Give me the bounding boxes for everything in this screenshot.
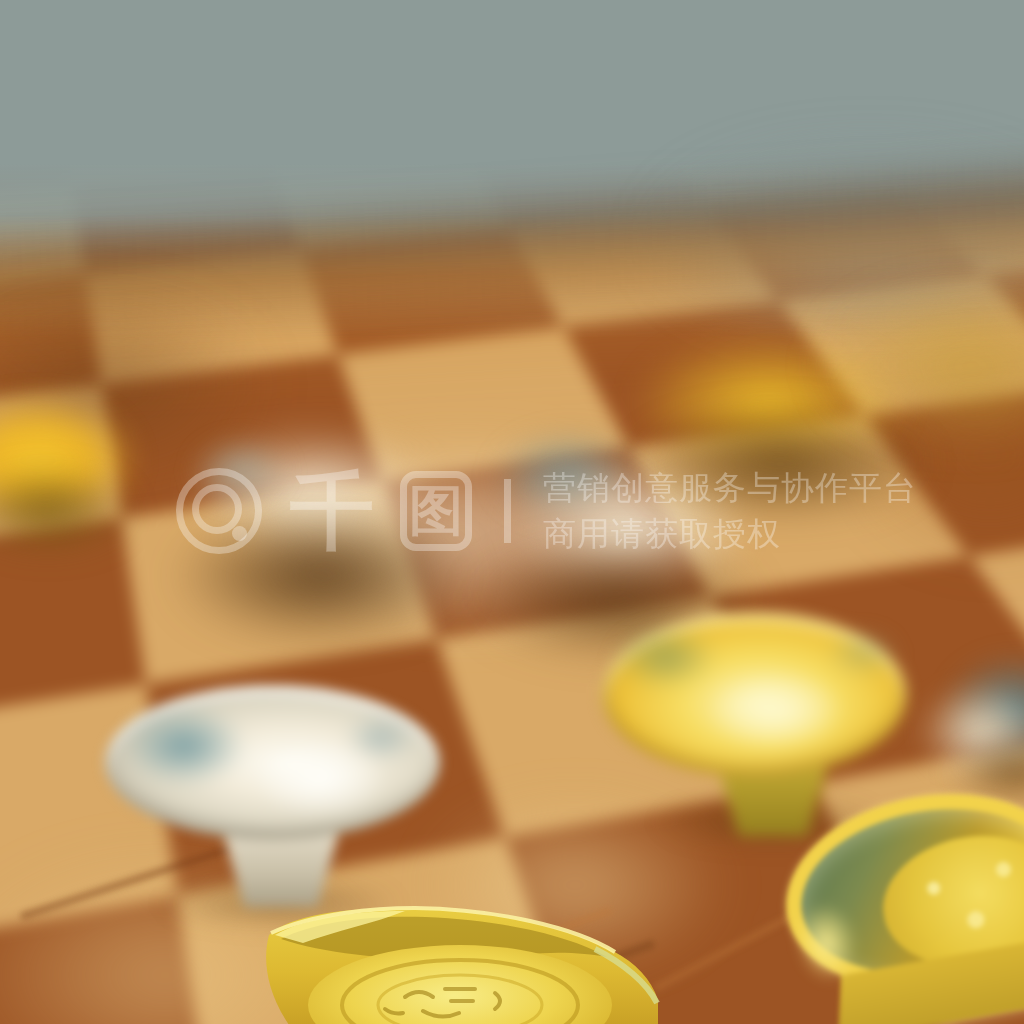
board-square bbox=[864, 384, 1024, 556]
ingot-rim-ring bbox=[771, 772, 1024, 1009]
board-far-glow bbox=[0, 210, 1024, 409]
gold-ingot-upper-right bbox=[632, 336, 907, 471]
board-square bbox=[72, 161, 302, 274]
board-square bbox=[984, 250, 1024, 385]
ingot-highlight bbox=[253, 740, 388, 818]
board-defocus-layer bbox=[0, 0, 1024, 1024]
board-square bbox=[146, 639, 505, 896]
board-square bbox=[0, 384, 121, 556]
board-square bbox=[812, 732, 1024, 1024]
light-glow-bottom-center bbox=[420, 795, 730, 975]
board-square bbox=[338, 327, 629, 482]
board-square bbox=[85, 249, 337, 384]
light-glow-bottom-left bbox=[0, 850, 380, 1024]
board-square bbox=[462, 122, 707, 226]
board-square bbox=[760, 21, 994, 104]
watermark-brand-char-2: 图 bbox=[400, 471, 472, 551]
ingot-base bbox=[205, 823, 357, 907]
watermark-text: 营销创意服务与协作平台 商用请获取授权 bbox=[543, 468, 917, 553]
board-square bbox=[897, 161, 1024, 274]
wood-grain-streak bbox=[362, 907, 613, 1004]
board-square bbox=[436, 596, 812, 837]
silver-ingot-left-center bbox=[188, 428, 433, 563]
watermark: 千 图 营销创意服务与协作平台 商用请获取授权 bbox=[176, 466, 917, 556]
board-square bbox=[422, 52, 645, 141]
board-square bbox=[102, 355, 382, 518]
board-square bbox=[382, 448, 710, 639]
ingot-rim-glint bbox=[790, 898, 863, 987]
board-square bbox=[823, 86, 1024, 182]
board-square bbox=[594, 36, 823, 122]
watermark-tagline: 营销创意服务与协作平台 bbox=[543, 468, 917, 508]
wood-grain-streak bbox=[653, 871, 873, 992]
background-wall-right bbox=[640, 140, 1024, 340]
board-square bbox=[563, 300, 864, 448]
board-far-edge-shadow bbox=[0, 144, 1024, 346]
board-square bbox=[994, 69, 1024, 161]
logo-dot bbox=[232, 526, 247, 541]
watermark-brand-char-1: 千 bbox=[290, 469, 374, 553]
board-square bbox=[508, 204, 778, 327]
board-square bbox=[0, 518, 146, 732]
board-square bbox=[919, 6, 1024, 86]
background-wall bbox=[0, 0, 1024, 1024]
board-square bbox=[710, 556, 1024, 783]
ingot-embossed-dome bbox=[873, 822, 1024, 979]
ingot-blue-reflection bbox=[123, 707, 245, 785]
board-square bbox=[969, 518, 1024, 732]
board-square bbox=[778, 274, 1024, 415]
watermark-camera-logo-icon bbox=[176, 466, 264, 556]
silver-ingot-right-edge-shadow bbox=[948, 742, 1024, 804]
photo-scene: 千 图 营销创意服务与协作平台 商用请获取授权 bbox=[0, 0, 1024, 1024]
board-square bbox=[0, 896, 219, 1024]
wood-grain-streak bbox=[385, 940, 656, 1024]
silver-ingot-center-shadow bbox=[468, 543, 763, 658]
board-square bbox=[245, 69, 462, 161]
silver-ingot-mid-left bbox=[105, 685, 440, 915]
ingot-green-reflection bbox=[827, 630, 899, 676]
checkerboard bbox=[0, 6, 1024, 1024]
ingot-highlight bbox=[705, 670, 847, 752]
board-square bbox=[944, 958, 1024, 1024]
ingot-blue-reflection bbox=[345, 715, 417, 761]
silver-ingot-left-center-shadow bbox=[168, 508, 473, 643]
ingot-tilt-group bbox=[771, 771, 1024, 1024]
silver-ingot-center-reflection bbox=[492, 432, 647, 520]
board-square bbox=[271, 141, 509, 249]
board-square bbox=[177, 838, 595, 1024]
ingot-rim bbox=[602, 612, 907, 777]
watermark-license-note: 商用请获取授权 bbox=[543, 514, 917, 554]
silver-ingot-center bbox=[503, 458, 753, 598]
board-square bbox=[629, 415, 969, 596]
watermark-divider bbox=[504, 479, 511, 543]
gold-ingot-mid-right bbox=[602, 612, 907, 832]
board-square bbox=[707, 182, 984, 300]
ingot-ground-shadow bbox=[654, 800, 889, 844]
board-square bbox=[0, 182, 85, 300]
board-square bbox=[301, 226, 563, 355]
board-square bbox=[0, 103, 72, 203]
shadow-top-left bbox=[0, 290, 270, 480]
silver-ingot-right-edge bbox=[918, 683, 1024, 781]
wood-grain-streak bbox=[19, 843, 235, 920]
silver-ingot-right-edge-reflection bbox=[942, 652, 1024, 770]
ingot-green-reflection bbox=[614, 626, 716, 688]
board-square bbox=[505, 783, 944, 1024]
ingot-base bbox=[827, 935, 1024, 1024]
board-square bbox=[60, 86, 271, 182]
silver-ingot-left-center-reflection bbox=[193, 440, 288, 502]
gold-ingot-foreground-center bbox=[255, 905, 665, 1024]
gold-wash-top-right bbox=[818, 288, 1024, 443]
board-square bbox=[0, 684, 177, 958]
board-square bbox=[646, 104, 897, 204]
light-glow-center bbox=[250, 435, 680, 635]
board-square bbox=[0, 274, 102, 415]
gold-ingot-foreground-right bbox=[782, 806, 1024, 1024]
ingot-rim bbox=[105, 685, 440, 840]
ingot-base bbox=[702, 760, 844, 836]
gold-ingot-far-left-shadow bbox=[0, 468, 135, 553]
gold-ingot-far-left bbox=[0, 398, 135, 523]
board-square bbox=[121, 482, 436, 684]
shadow-right bbox=[850, 350, 1024, 560]
ingot-ground-shadow bbox=[157, 879, 402, 927]
gold-ingot-upper-right-shadow bbox=[628, 408, 933, 520]
logo-inner-ring bbox=[192, 484, 242, 534]
logo-outer-ring bbox=[176, 468, 262, 554]
